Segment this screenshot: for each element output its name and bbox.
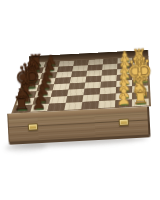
brass-clasp-right	[118, 119, 128, 127]
board-perspective-wrap: ♜♟♟♜♞♟♟♞♝♟♟♝♛♟♟♛♚♟♟♚♝♟♟♝♞♟♟♞♜♟♟♜	[4, 0, 151, 114]
brass-clasp-left	[28, 123, 38, 131]
board-square[interactable]	[98, 100, 115, 108]
board-square[interactable]	[47, 103, 65, 111]
board-square[interactable]	[81, 101, 99, 109]
chess-set-photo: ♜♟♟♜♞♟♟♞♝♟♟♝♛♟♟♛♚♟♟♚♝♟♟♝♞♟♟♞♜♟♟♜	[0, 0, 160, 200]
black-rook[interactable]: ♜	[12, 94, 30, 114]
chess-board: ♜♟♟♜♞♟♟♞♝♟♟♝♛♟♟♛♚♟♟♚♝♟♟♝♞♟♟♞♜♟♟♜	[11, 56, 151, 114]
board-square[interactable]: ♟	[30, 104, 49, 112]
black-pawn[interactable]: ♟	[31, 96, 46, 113]
board-square[interactable]: ♟	[115, 99, 132, 107]
white-rook[interactable]: ♜	[131, 88, 149, 108]
chess-set: ♜♟♟♜♞♟♟♞♝♟♟♝♛♟♟♛♚♟♟♚♝♟♟♝♞♟♟♞♜♟♟♜	[1, 22, 159, 156]
board-square[interactable]	[64, 102, 82, 110]
board-square[interactable]: ♜	[13, 105, 32, 113]
board-square[interactable]: ♜	[132, 99, 149, 107]
white-pawn[interactable]: ♟	[116, 91, 131, 108]
